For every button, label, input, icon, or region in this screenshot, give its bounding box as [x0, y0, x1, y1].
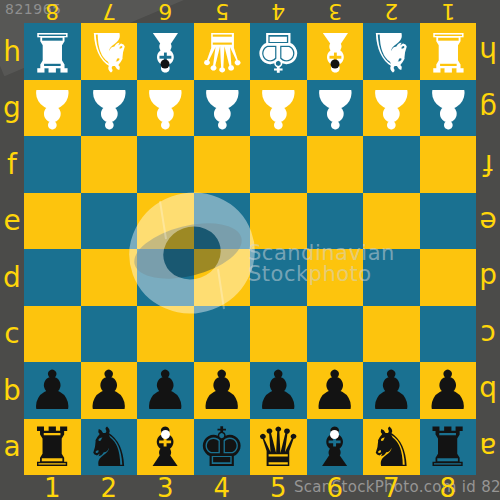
chess-piece-black-queen: ♛ [250, 419, 307, 476]
square: ♞ [81, 23, 138, 80]
chess-piece-black-pawn: ♟ [250, 362, 307, 419]
square: ♜ [420, 419, 477, 476]
rank-label-left: f [0, 136, 24, 193]
piece-glyph: ♟ [311, 80, 359, 134]
chess-piece-white-pawn: ♟ [363, 80, 420, 137]
chess-piece-white-king: ♚ [250, 23, 307, 80]
square: ♟ [81, 80, 138, 137]
piece-glyph: ♟ [28, 80, 76, 134]
square: ♞ [81, 419, 138, 476]
square: ♚ [194, 419, 251, 476]
square [420, 193, 477, 250]
file-label-top: 1 [420, 0, 477, 23]
piece-glyph: ♜ [424, 23, 472, 77]
piece-glyph: ♜ [424, 421, 472, 475]
piece-glyph: ♟ [254, 364, 302, 418]
chess-piece-black-pawn: ♟ [24, 362, 81, 419]
piece-glyph: ♞ [85, 23, 133, 77]
file-label-bottom: 4 [194, 476, 251, 500]
chess-piece-white-pawn: ♟ [194, 80, 251, 137]
piece-glyph: ♝ [141, 23, 189, 77]
file-label-top: 5 [194, 0, 251, 23]
file-label-bottom: 8 [420, 476, 477, 500]
bishop-dot [330, 60, 339, 69]
piece-glyph: ♟ [85, 80, 133, 134]
chess-piece-black-knight: ♞ [363, 419, 420, 476]
chess-piece-white-rook: ♜ [420, 23, 477, 80]
square: ♝ [137, 23, 194, 80]
square: ♟ [137, 80, 194, 137]
rank-label-right: e [476, 193, 500, 250]
square: ♜ [24, 23, 81, 80]
rank-label-left: h [0, 23, 24, 80]
piece-glyph: ♟ [367, 80, 415, 134]
square [194, 136, 251, 193]
square: ♟ [307, 80, 364, 137]
square: ♟ [250, 362, 307, 419]
file-label-top: 7 [81, 0, 138, 23]
chess-piece-black-rook: ♜ [24, 419, 81, 476]
square: ♜ [420, 23, 477, 80]
chess-piece-white-knight: ♞ [81, 23, 138, 80]
rank-label-left: d [0, 249, 24, 306]
square [307, 306, 364, 363]
piece-glyph: ♟ [141, 80, 189, 134]
chess-piece-white-rook: ♜ [24, 23, 81, 80]
piece-glyph: ♟ [28, 364, 76, 418]
square: ♟ [363, 80, 420, 137]
chess-piece-white-pawn: ♟ [420, 80, 477, 137]
square [307, 136, 364, 193]
agency-logo-watermark [122, 191, 262, 321]
rank-label-right: b [476, 362, 500, 419]
chess-piece-black-bishop: ♝ [137, 419, 194, 476]
rank-label-right: c [476, 306, 500, 363]
chess-piece-black-pawn: ♟ [81, 362, 138, 419]
square: ♟ [363, 362, 420, 419]
square [137, 136, 194, 193]
piece-glyph: ♟ [198, 80, 246, 134]
chess-piece-black-bishop: ♝ [307, 419, 364, 476]
chess-piece-white-queen: ♛ [194, 23, 251, 80]
square [24, 193, 81, 250]
piece-glyph: ♞ [367, 23, 415, 77]
file-label-bottom: 3 [137, 476, 194, 500]
file-labels-top: 87654321 [24, 0, 476, 23]
piece-glyph: ♟ [198, 364, 246, 418]
file-label-top: 6 [137, 0, 194, 23]
square: ♟ [24, 362, 81, 419]
file-labels-bottom: 12345678 [24, 476, 476, 500]
file-label-top: 3 [307, 0, 364, 23]
rank-label-left: b [0, 362, 24, 419]
agency-name-watermark: Scandinavian Stockphoto [248, 243, 395, 285]
bishop-dot [330, 430, 339, 439]
rank-label-right: d [476, 249, 500, 306]
square: ♛ [194, 23, 251, 80]
square [81, 136, 138, 193]
chess-piece-black-knight: ♞ [81, 419, 138, 476]
square: ♚ [250, 23, 307, 80]
square: ♝ [137, 419, 194, 476]
piece-glyph: ♝ [141, 421, 189, 475]
chess-piece-white-pawn: ♟ [24, 80, 81, 137]
rank-label-left: a [0, 419, 24, 476]
piece-glyph: ♟ [367, 364, 415, 418]
chess-piece-white-bishop: ♝ [137, 23, 194, 80]
square: ♟ [250, 80, 307, 137]
file-label-top: 4 [250, 0, 307, 23]
chess-piece-black-king: ♚ [194, 419, 251, 476]
rank-label-left: c [0, 306, 24, 363]
file-label-top: 8 [24, 0, 81, 23]
piece-glyph: ♛ [198, 23, 246, 77]
stock-photo-canvas: 821965 87654321 12345678 hgfedcba hgfedc… [0, 0, 500, 500]
file-label-top: 2 [363, 0, 420, 23]
chess-piece-black-pawn: ♟ [307, 362, 364, 419]
piece-glyph: ♝ [311, 23, 359, 77]
square [363, 306, 420, 363]
piece-glyph: ♛ [254, 421, 302, 475]
piece-glyph: ♟ [254, 80, 302, 134]
piece-glyph: ♜ [28, 421, 76, 475]
chess-piece-black-pawn: ♟ [363, 362, 420, 419]
square [250, 136, 307, 193]
file-label-bottom: 5 [250, 476, 307, 500]
rank-label-right: g [476, 80, 500, 137]
file-label-bottom: 6 [307, 476, 364, 500]
rank-label-right: h [476, 23, 500, 80]
piece-glyph: ♟ [424, 80, 472, 134]
square [24, 306, 81, 363]
rank-labels-left: hgfedcba [0, 23, 24, 475]
piece-glyph: ♞ [367, 421, 415, 475]
chess-piece-white-pawn: ♟ [307, 80, 364, 137]
piece-glyph: ♟ [141, 364, 189, 418]
square: ♝ [307, 23, 364, 80]
bishop-dot [161, 430, 170, 439]
rank-label-right: f [476, 136, 500, 193]
piece-glyph: ♜ [28, 23, 76, 77]
file-label-bottom: 1 [24, 476, 81, 500]
square [363, 136, 420, 193]
chess-piece-white-bishop: ♝ [307, 23, 364, 80]
chess-piece-black-pawn: ♟ [194, 362, 251, 419]
square: ♜ [24, 419, 81, 476]
square: ♟ [137, 362, 194, 419]
square: ♟ [420, 80, 477, 137]
square: ♝ [307, 419, 364, 476]
agency-name-line2: Stockphoto [248, 264, 395, 285]
piece-glyph: ♚ [254, 23, 302, 77]
square [24, 136, 81, 193]
square: ♟ [420, 362, 477, 419]
square: ♟ [194, 362, 251, 419]
piece-glyph: ♞ [85, 421, 133, 475]
piece-glyph: ♟ [311, 364, 359, 418]
square: ♟ [24, 80, 81, 137]
chess-piece-white-knight: ♞ [363, 23, 420, 80]
square [420, 136, 477, 193]
piece-glyph: ♚ [198, 421, 246, 475]
square: ♟ [81, 362, 138, 419]
piece-glyph: ♝ [311, 421, 359, 475]
square [420, 306, 477, 363]
file-label-bottom: 7 [363, 476, 420, 500]
square: ♟ [194, 80, 251, 137]
agency-name-line1: Scandinavian [248, 243, 395, 264]
file-label-bottom: 2 [81, 476, 138, 500]
chess-piece-white-pawn: ♟ [250, 80, 307, 137]
square [420, 249, 477, 306]
rank-label-left: e [0, 193, 24, 250]
square: ♞ [363, 23, 420, 80]
square: ♟ [307, 362, 364, 419]
rank-labels-right: hgfedcba [476, 23, 500, 475]
chess-piece-black-pawn: ♟ [420, 362, 477, 419]
chess-piece-white-pawn: ♟ [81, 80, 138, 137]
rank-label-right: a [476, 419, 500, 476]
square: ♞ [363, 419, 420, 476]
chess-piece-black-pawn: ♟ [137, 362, 194, 419]
rank-label-left: g [0, 80, 24, 137]
square [24, 249, 81, 306]
square: ♛ [250, 419, 307, 476]
chess-piece-black-rook: ♜ [420, 419, 477, 476]
chess-piece-white-pawn: ♟ [137, 80, 194, 137]
piece-glyph: ♟ [85, 364, 133, 418]
piece-glyph: ♟ [424, 364, 472, 418]
